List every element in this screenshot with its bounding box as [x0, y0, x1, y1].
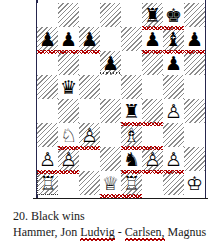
square-h8 — [184, 3, 205, 27]
square-d6: ♟♟ — [100, 51, 121, 75]
square-d3 — [100, 123, 121, 147]
white-knight-icon: ♘ — [58, 123, 79, 147]
square-d1: ♛♕ — [100, 171, 121, 195]
square-h5 — [184, 75, 205, 99]
square-d8 — [100, 3, 121, 27]
caption-players: Hammer, Jon Ludvig - Carlsen, Magnus — [13, 225, 206, 241]
white-pawn-icon: ♙ — [58, 147, 79, 171]
piece-white-pawn: ♟♙ — [37, 147, 58, 171]
square-g3 — [163, 123, 184, 147]
square-e5 — [121, 75, 142, 99]
piece-black-pawn: ♟♟ — [100, 51, 121, 75]
white-queen-icon: ♕ — [100, 171, 121, 195]
piece-white-pawn: ♟♙ — [142, 147, 163, 171]
piece-black-knight: ♞♞ — [121, 147, 142, 171]
square-a4 — [37, 99, 58, 123]
square-e7 — [121, 27, 142, 51]
square-f5 — [142, 75, 163, 99]
piece-black-queen: ♛♛ — [58, 75, 79, 99]
piece-black-pawn: ♟♟ — [142, 27, 163, 51]
square-b5: ♛♛ — [58, 75, 79, 99]
square-a6 — [37, 51, 58, 75]
board-bottom-rule — [33, 198, 208, 200]
black-bishop-icon: ♝ — [163, 27, 184, 51]
black-rook-icon: ♜ — [121, 99, 142, 123]
caption-result: 20. Black wins — [13, 209, 206, 225]
black-pawn-icon: ♟ — [100, 51, 121, 75]
square-b4 — [58, 99, 79, 123]
white-pawn-icon: ♙ — [163, 147, 184, 171]
white-king-icon: ♔ — [184, 171, 205, 195]
square-h1: ♚♔ — [184, 171, 205, 195]
caption-text: - — [115, 225, 125, 239]
square-f8: ♜♜ — [142, 3, 163, 27]
square-c2 — [79, 147, 100, 171]
square-b7: ♟♟ — [58, 27, 79, 51]
square-c7: ♟♟ — [79, 27, 100, 51]
piece-white-pawn: ♟♙ — [79, 123, 100, 147]
square-c5 — [79, 75, 100, 99]
black-pawn-icon: ♟ — [37, 27, 58, 51]
black-pawn-icon: ♟ — [58, 27, 79, 51]
white-pawn-icon: ♙ — [79, 123, 100, 147]
square-c4 — [79, 99, 100, 123]
black-pawn-icon: ♟ — [142, 27, 163, 51]
caption-text: Magnus — [165, 225, 207, 239]
square-e3: ♝♗ — [121, 123, 142, 147]
square-e6 — [121, 51, 142, 75]
black-queen-icon: ♛ — [58, 75, 79, 99]
square-d7 — [100, 27, 121, 51]
square-a8 — [37, 3, 58, 27]
white-bishop-icon: ♗ — [121, 123, 142, 147]
piece-black-pawn: ♟♟ — [163, 51, 184, 75]
black-pawn-icon: ♟ — [163, 51, 184, 75]
square-f7: ♟♟ — [142, 27, 163, 51]
piece-black-rook: ♜♜ — [142, 3, 163, 27]
square-f6 — [142, 51, 163, 75]
piece-white-rook: ♜♖ — [121, 171, 142, 195]
square-d2 — [100, 147, 121, 171]
piece-white-king: ♚♔ — [184, 171, 205, 195]
square-h7: ♟♟ — [184, 27, 205, 51]
square-e1: ♜♖ — [121, 171, 142, 195]
square-h6 — [184, 51, 205, 75]
square-b3: ♞♘ — [58, 123, 79, 147]
black-pawn-icon: ♟ — [184, 27, 205, 51]
square-f4 — [142, 99, 163, 123]
diagram-caption: 20. Black wins Hammer, Jon Ludvig - Carl… — [13, 209, 206, 240]
square-h3 — [184, 123, 205, 147]
piece-black-pawn: ♟♟ — [58, 27, 79, 51]
square-f2: ♟♙ — [142, 147, 163, 171]
square-a5 — [37, 75, 58, 99]
white-pawn-icon: ♙ — [37, 147, 58, 171]
square-b6 — [58, 51, 79, 75]
piece-white-pawn: ♟♙ — [58, 147, 79, 171]
square-g7: ♝♝ — [163, 27, 184, 51]
square-e2: ♞♞ — [121, 147, 142, 171]
square-g6: ♟♟ — [163, 51, 184, 75]
square-g5 — [163, 75, 184, 99]
piece-white-bishop: ♝♗ — [121, 123, 142, 147]
square-d4 — [100, 99, 121, 123]
piece-white-knight: ♞♘ — [58, 123, 79, 147]
square-d5 — [100, 75, 121, 99]
black-pawn-icon: ♟ — [79, 27, 100, 51]
piece-black-bishop: ♝♝ — [163, 27, 184, 51]
square-b8 — [58, 3, 79, 27]
square-b1 — [58, 171, 79, 195]
piece-white-queen: ♛♕ — [100, 171, 121, 195]
square-b2: ♟♙ — [58, 147, 79, 171]
black-knight-icon: ♞ — [121, 147, 142, 171]
piece-black-pawn: ♟♟ — [79, 27, 100, 51]
white-pawn-icon: ♙ — [142, 147, 163, 171]
black-rook-icon: ♜ — [142, 3, 163, 27]
piece-black-pawn: ♟♟ — [37, 27, 58, 51]
piece-white-rook: ♜♖ — [38, 171, 58, 194]
square-f1 — [142, 171, 163, 195]
square-h4 — [184, 99, 205, 123]
document-page: ♜♜♚♚♟♟♟♟♟♟♟♟♝♝♟♟♟♟♟♟♛♛♜♜♟♙♞♘♟♙♝♗♟♙♟♙♞♞♟♙… — [0, 0, 214, 251]
square-g2: ♟♙ — [163, 147, 184, 171]
square-a3 — [37, 123, 58, 147]
misspelled-word: Ludvig — [80, 225, 115, 241]
square-c1 — [79, 171, 100, 195]
black-king-icon: ♚ — [163, 3, 184, 27]
chess-board: ♜♜♚♚♟♟♟♟♟♟♟♟♝♝♟♟♟♟♟♟♛♛♜♜♟♙♞♘♟♙♝♗♟♙♟♙♞♞♟♙… — [37, 3, 205, 195]
misspelled-word: Carlsen, — [125, 225, 165, 241]
square-g4: ♟♙ — [163, 99, 184, 123]
square-f3 — [142, 123, 163, 147]
square-e4: ♜♜ — [121, 99, 142, 123]
caption-text: Hammer, Jon — [13, 225, 80, 239]
square-a2: ♟♙ — [37, 147, 58, 171]
square-g8: ♚♚ — [163, 3, 184, 27]
square-h2 — [184, 147, 205, 171]
square-g1 — [163, 171, 184, 195]
piece-white-pawn: ♟♙ — [163, 147, 184, 171]
piece-black-king: ♚♚ — [163, 3, 184, 27]
white-rook-icon: ♖ — [38, 171, 58, 194]
white-rook-icon: ♖ — [121, 171, 142, 195]
board-squares: ♜♜♚♚♟♟♟♟♟♟♟♟♝♝♟♟♟♟♟♟♛♛♜♜♟♙♞♘♟♙♝♗♟♙♟♙♞♞♟♙… — [37, 3, 205, 195]
piece-black-rook: ♜♜ — [121, 99, 142, 123]
square-c8 — [79, 3, 100, 27]
square-a7: ♟♟ — [37, 27, 58, 51]
square-c6 — [79, 51, 100, 75]
white-pawn-icon: ♙ — [163, 99, 184, 123]
square-a1: ♜♖ — [37, 171, 58, 195]
square-e8 — [121, 3, 142, 27]
piece-black-pawn: ♟♟ — [184, 27, 205, 51]
square-c3: ♟♙ — [79, 123, 100, 147]
piece-white-pawn: ♟♙ — [163, 99, 184, 123]
